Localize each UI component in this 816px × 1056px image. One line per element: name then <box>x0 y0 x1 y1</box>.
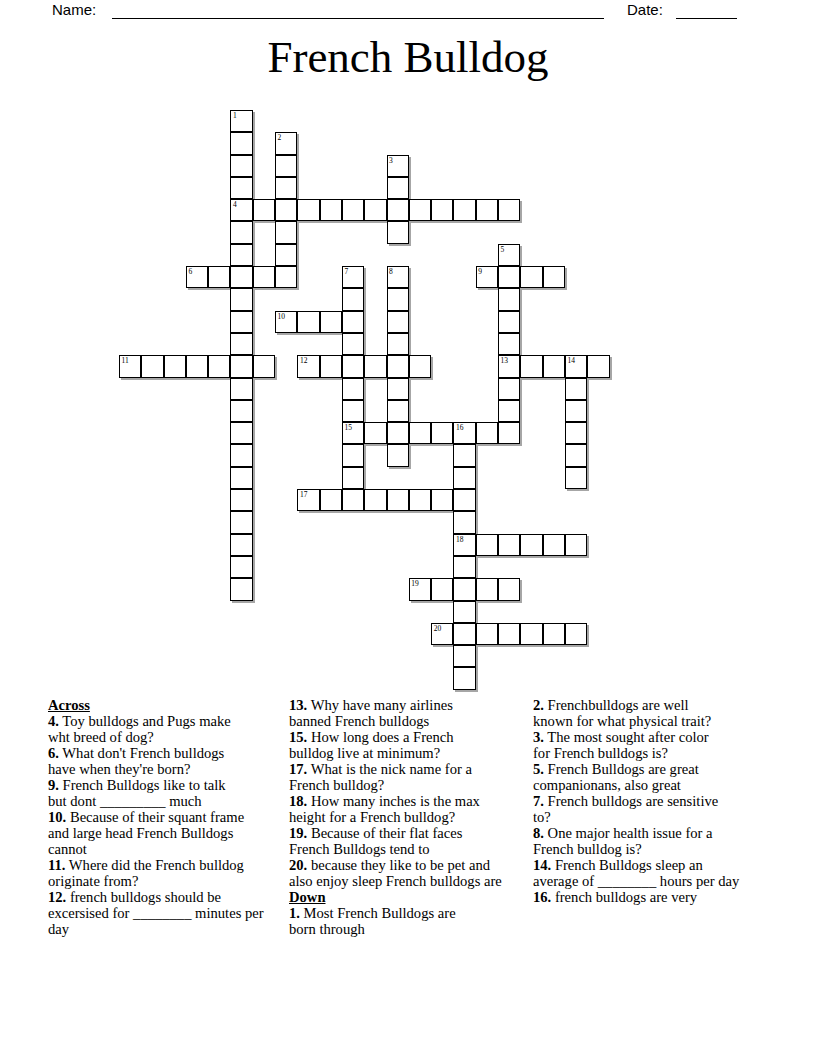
grid-cell[interactable] <box>565 623 587 645</box>
clue-across-11: 11. Where did the French bulldog origina… <box>48 857 288 889</box>
grid-cell[interactable] <box>453 667 475 689</box>
grid-cell[interactable] <box>230 511 252 533</box>
grid-cell[interactable] <box>342 288 364 310</box>
clue-number: 14 <box>567 356 575 365</box>
grid-cell[interactable]: 14 <box>565 355 587 377</box>
clue-across-20: 20. because they like to be pet and also… <box>289 857 535 889</box>
grid-cell[interactable] <box>431 489 453 511</box>
grid-cell[interactable] <box>409 199 431 221</box>
grid-cell[interactable] <box>230 333 252 355</box>
grid-cell[interactable]: 16 <box>453 422 475 444</box>
grid-cell[interactable] <box>476 422 498 444</box>
page-title: French Bulldog <box>0 32 816 84</box>
grid-cell[interactable] <box>253 355 275 377</box>
clue-across-15: 15. How long does a French bulldog live … <box>289 729 535 761</box>
clue-across-9: 9. French Bulldogs like to talk but dont… <box>48 777 288 809</box>
clue-number: 6 <box>188 267 192 276</box>
grid-cell[interactable] <box>498 378 520 400</box>
grid-cell[interactable] <box>476 199 498 221</box>
grid-cell[interactable] <box>520 623 542 645</box>
clue-across-18: 18. How many inches is the max height fo… <box>289 793 535 825</box>
clue-down-2: 2. Frenchbulldogs are well known for wha… <box>533 697 763 729</box>
clue-number: 16 <box>456 423 464 432</box>
grid-cell[interactable] <box>565 467 587 489</box>
grid-cell[interactable]: 18 <box>453 534 475 556</box>
down-heading: Down <box>289 889 535 905</box>
grid-cell[interactable] <box>476 534 498 556</box>
grid-cell[interactable] <box>543 534 565 556</box>
grid-cell[interactable] <box>230 489 252 511</box>
grid-cell[interactable] <box>387 177 409 199</box>
grid-cell[interactable] <box>230 355 252 377</box>
grid-cell[interactable] <box>364 489 386 511</box>
grid-cell[interactable] <box>342 400 364 422</box>
grid-cell[interactable] <box>230 556 252 578</box>
grid-cell[interactable] <box>164 355 186 377</box>
grid-cell[interactable] <box>565 378 587 400</box>
grid-cell[interactable]: 9 <box>476 266 498 288</box>
clue-number: 18 <box>456 535 464 544</box>
grid-cell[interactable]: 10 <box>275 311 297 333</box>
date-blank-line[interactable] <box>676 18 737 19</box>
grid-cell[interactable] <box>275 177 297 199</box>
grid-cell[interactable] <box>320 489 342 511</box>
clue-across-12: 12. french bulldogs should be excersised… <box>48 889 288 937</box>
grid-cell[interactable] <box>230 177 252 199</box>
clue-number: 17 <box>300 490 308 499</box>
grid-cell[interactable] <box>387 199 409 221</box>
grid-cell[interactable] <box>275 221 297 243</box>
grid-cell[interactable] <box>320 199 342 221</box>
clue-number: 5 <box>501 245 505 254</box>
grid-cell[interactable] <box>275 199 297 221</box>
clue-number: 7 <box>344 267 348 276</box>
grid-cell[interactable] <box>230 288 252 310</box>
grid-cell[interactable] <box>476 578 498 600</box>
grid-cell[interactable] <box>342 378 364 400</box>
grid-cell[interactable] <box>387 489 409 511</box>
clue-number: 12 <box>300 356 308 365</box>
grid-cell[interactable] <box>453 199 475 221</box>
grid-cell[interactable] <box>387 400 409 422</box>
grid-cell[interactable] <box>543 355 565 377</box>
grid-cell[interactable] <box>208 355 230 377</box>
clue-number: 20 <box>434 624 442 633</box>
grid-cell[interactable] <box>431 578 453 600</box>
clue-number: 9 <box>478 267 482 276</box>
clue-across-6: 6. What don't French bulldogs have when … <box>48 745 288 777</box>
grid-cell[interactable] <box>453 601 475 623</box>
grid-cell[interactable] <box>230 244 252 266</box>
grid-cell[interactable] <box>409 489 431 511</box>
grid-cell[interactable] <box>476 623 498 645</box>
grid-cell[interactable] <box>342 489 364 511</box>
grid-cell[interactable] <box>498 288 520 310</box>
grid-cell[interactable] <box>230 132 252 154</box>
grid-cell[interactable] <box>565 400 587 422</box>
grid-cell[interactable]: 6 <box>186 266 208 288</box>
grid-cell[interactable] <box>342 199 364 221</box>
clue-number: 13 <box>501 356 509 365</box>
grid-cell[interactable] <box>498 578 520 600</box>
grid-cell[interactable] <box>453 556 475 578</box>
grid-cell[interactable] <box>498 422 520 444</box>
grid-cell[interactable] <box>253 266 275 288</box>
grid-cell[interactable] <box>342 333 364 355</box>
clues-column-1: Across4. Toy bulldogs and Pugs make wht … <box>48 697 288 937</box>
grid-cell[interactable]: 3 <box>387 155 409 177</box>
grid-cell[interactable] <box>320 311 342 333</box>
grid-cell[interactable] <box>453 623 475 645</box>
across-heading: Across <box>48 697 288 713</box>
clue-down-3: 3. The most sought after color for Frenc… <box>533 729 763 761</box>
clue-number: 2 <box>278 133 282 142</box>
grid-cell[interactable] <box>230 400 252 422</box>
grid-cell[interactable] <box>453 645 475 667</box>
grid-cell[interactable] <box>387 422 409 444</box>
crossword-grid: 1234567891011121314151617181920 <box>119 110 610 690</box>
grid-cell[interactable] <box>364 199 386 221</box>
clue-number: 3 <box>389 156 393 165</box>
clues-column-3: 2. Frenchbulldogs are well known for wha… <box>533 697 763 905</box>
grid-cell[interactable] <box>453 467 475 489</box>
clues-column-2: 13. Why have many airlines banned French… <box>289 697 535 937</box>
clue-across-13: 13. Why have many airlines banned French… <box>289 697 535 729</box>
grid-cell[interactable]: 17 <box>297 489 319 511</box>
clue-down-14: 14. French Bulldogs sleep an average of … <box>533 857 763 889</box>
grid-cell[interactable] <box>431 422 453 444</box>
grid-cell[interactable]: 15 <box>342 422 364 444</box>
grid-cell[interactable] <box>387 333 409 355</box>
grid-cell[interactable] <box>141 355 163 377</box>
grid-cell[interactable]: 7 <box>342 266 364 288</box>
grid-cell[interactable] <box>387 221 409 243</box>
grid-cell[interactable] <box>230 422 252 444</box>
grid-cell[interactable] <box>230 155 252 177</box>
grid-cell[interactable] <box>342 467 364 489</box>
grid-cell[interactable] <box>498 266 520 288</box>
grid-cell[interactable]: 12 <box>297 355 319 377</box>
clue-number: 11 <box>122 356 129 365</box>
clue-across-4: 4. Toy bulldogs and Pugs make wht breed … <box>48 713 288 745</box>
name-label: Name: <box>52 2 96 18</box>
grid-cell[interactable] <box>387 311 409 333</box>
grid-cell[interactable] <box>253 199 275 221</box>
grid-cell[interactable]: 13 <box>498 355 520 377</box>
grid-cell[interactable] <box>543 266 565 288</box>
grid-cell[interactable] <box>387 355 409 377</box>
grid-cell[interactable] <box>520 534 542 556</box>
grid-cell[interactable] <box>230 221 252 243</box>
grid-cell[interactable] <box>230 578 252 600</box>
grid-cell[interactable] <box>275 244 297 266</box>
grid-cell[interactable] <box>230 467 252 489</box>
grid-cell[interactable] <box>498 311 520 333</box>
grid-cell[interactable] <box>186 355 208 377</box>
clue-down-1: 1. Most French Bulldogs are born through <box>289 905 535 937</box>
grid-cell[interactable] <box>275 155 297 177</box>
clue-number: 1 <box>233 111 237 120</box>
clue-number: 4 <box>233 200 237 209</box>
grid-cell[interactable] <box>230 534 252 556</box>
grid-cell[interactable] <box>297 199 319 221</box>
grid-cell[interactable] <box>387 288 409 310</box>
grid-cell[interactable] <box>387 378 409 400</box>
grid-cell[interactable]: 19 <box>409 578 431 600</box>
grid-cell[interactable] <box>543 623 565 645</box>
grid-cell[interactable] <box>453 511 475 533</box>
grid-cell[interactable]: 8 <box>387 266 409 288</box>
clue-down-7: 7. French bulldogs are sensitive to? <box>533 793 763 825</box>
grid-cell[interactable] <box>565 422 587 444</box>
grid-cell[interactable] <box>230 378 252 400</box>
clue-number: 15 <box>344 423 352 432</box>
grid-cell[interactable] <box>230 266 252 288</box>
clue-down-16: 16. french bulldogs are very <box>533 889 763 905</box>
grid-cell[interactable]: 20 <box>431 623 453 645</box>
grid-cell[interactable] <box>498 199 520 221</box>
grid-cell[interactable] <box>387 444 409 466</box>
grid-cell[interactable] <box>587 355 609 377</box>
grid-cell[interactable] <box>498 333 520 355</box>
clue-down-8: 8. One major health issue for a French b… <box>533 825 763 857</box>
grid-cell[interactable] <box>520 266 542 288</box>
grid-cell[interactable]: 1 <box>230 110 252 132</box>
grid-cell[interactable] <box>565 534 587 556</box>
grid-cell[interactable] <box>230 444 252 466</box>
grid-cell[interactable]: 11 <box>119 355 141 377</box>
grid-cell[interactable] <box>275 266 297 288</box>
grid-cell[interactable] <box>498 534 520 556</box>
grid-cell[interactable] <box>364 422 386 444</box>
clue-down-5: 5. French Bulldogs are great companionan… <box>533 761 763 793</box>
grid-cell[interactable] <box>431 199 453 221</box>
grid-cell[interactable] <box>498 623 520 645</box>
grid-cell[interactable]: 5 <box>498 244 520 266</box>
grid-cell[interactable] <box>297 311 319 333</box>
grid-cell[interactable]: 2 <box>275 132 297 154</box>
date-label: Date: <box>627 2 663 18</box>
grid-cell[interactable] <box>409 422 431 444</box>
clue-number: 10 <box>278 312 286 321</box>
grid-cell[interactable] <box>409 355 431 377</box>
clue-across-17: 17. What is the nick name for a French b… <box>289 761 535 793</box>
grid-cell[interactable] <box>364 355 386 377</box>
grid-cell[interactable] <box>342 311 364 333</box>
grid-cell[interactable] <box>498 400 520 422</box>
grid-cell[interactable] <box>453 444 475 466</box>
grid-cell[interactable]: 4 <box>230 199 252 221</box>
clue-across-10: 10. Because of their squant frame and la… <box>48 809 288 857</box>
clue-number: 19 <box>411 579 419 588</box>
grid-cell[interactable] <box>208 266 230 288</box>
grid-cell[interactable] <box>342 444 364 466</box>
grid-cell[interactable] <box>342 355 364 377</box>
grid-cell[interactable] <box>453 578 475 600</box>
clue-number: 8 <box>389 267 393 276</box>
clue-across-19: 19. Because of their flat faces French B… <box>289 825 535 857</box>
grid-cell[interactable] <box>320 355 342 377</box>
grid-cell[interactable] <box>565 444 587 466</box>
name-blank-line[interactable] <box>112 18 604 19</box>
grid-cell[interactable] <box>453 489 475 511</box>
grid-cell[interactable] <box>230 311 252 333</box>
grid-cell[interactable] <box>520 355 542 377</box>
